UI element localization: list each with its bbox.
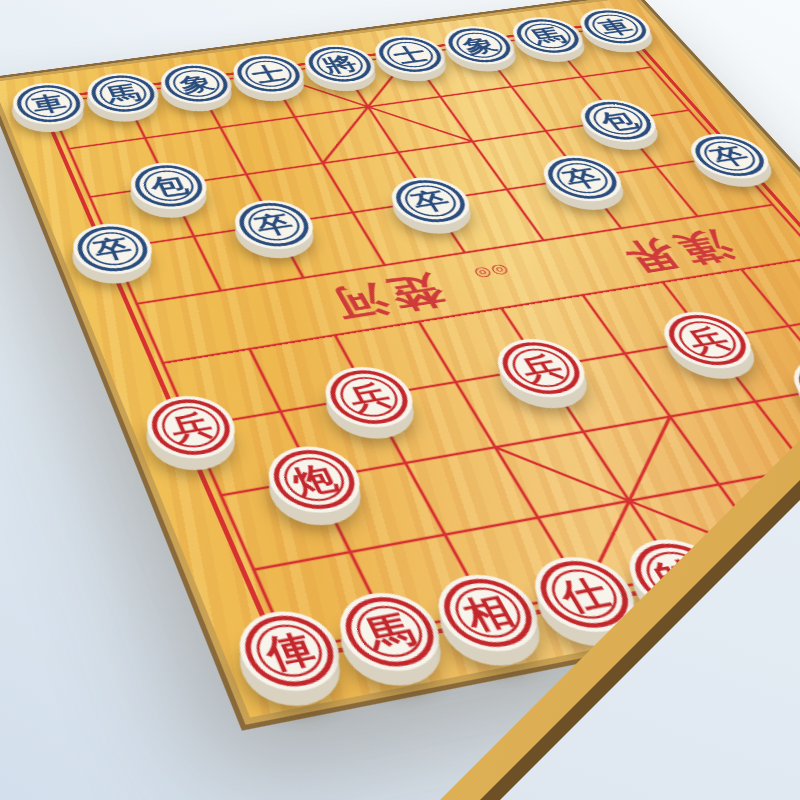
piece-glyph: 卒 <box>251 211 298 239</box>
piece-glyph: 相 <box>457 591 519 634</box>
xiangqi-board: 楚河 漢界 ◎◎ 車馬象士將士象馬車包包卒卒卒卒卒兵兵兵兵兵炮炮俥馬相仕帥仕相馬… <box>0 0 800 725</box>
piece-glyph: 仕 <box>740 538 800 579</box>
piece-glyph: 卒 <box>407 188 455 215</box>
piece-glyph: 兵 <box>165 409 217 444</box>
piece-glyph: 俥 <box>259 628 319 673</box>
piece-glyph: 車 <box>28 92 69 115</box>
piece-glyph: 馬 <box>526 25 570 46</box>
piece-glyph: 車 <box>593 16 637 37</box>
piece-glyph: 炮 <box>287 461 342 498</box>
piece-glyph: 帥 <box>647 555 710 597</box>
piece-glyph: 象 <box>175 72 217 95</box>
piece-glyph: 卒 <box>705 143 755 168</box>
piece-glyph: 象 <box>458 34 501 56</box>
piece-glyph: 馬 <box>359 609 420 653</box>
piece-glyph: 兵 <box>680 324 736 356</box>
piece-glyph: 士 <box>389 44 432 66</box>
photo-scene: 楚河 漢界 ◎◎ 車馬象士將士象馬車包包卒卒卒卒卒兵兵兵兵兵炮炮俥馬相仕帥仕相馬… <box>0 0 800 800</box>
piece-glyph: 兵 <box>342 380 395 414</box>
piece-glyph: 士 <box>247 62 289 84</box>
piece-glyph: 兵 <box>514 351 568 384</box>
piece-glyph: 卒 <box>558 165 607 191</box>
piece-glyph: 馬 <box>102 82 143 105</box>
piece-glyph: 將 <box>319 53 362 75</box>
piece-glyph: 仕 <box>553 573 615 615</box>
piece-glyph: 包 <box>594 109 641 133</box>
piece-glyph: 包 <box>147 173 192 199</box>
piece-glyph: 卒 <box>90 234 136 262</box>
